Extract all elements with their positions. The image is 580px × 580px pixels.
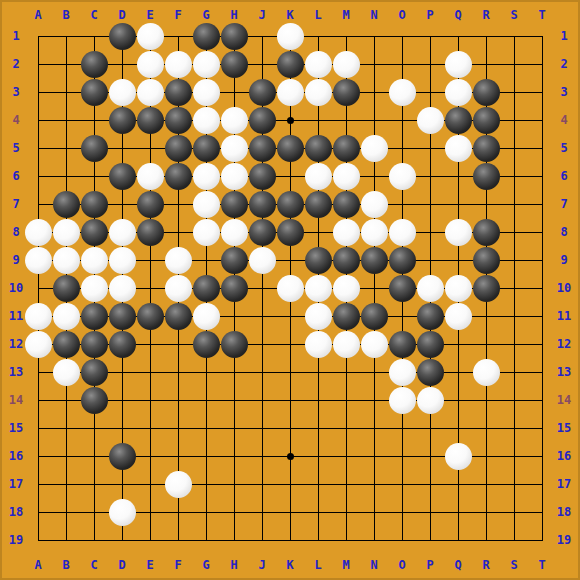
stone-black-J7[interactable] — [249, 191, 276, 218]
column-label-top-A: A — [24, 8, 52, 22]
stone-black-H7[interactable] — [221, 191, 248, 218]
stone-black-J8[interactable] — [249, 219, 276, 246]
stone-white-F9[interactable] — [165, 247, 192, 274]
column-label-top-B: B — [52, 8, 80, 22]
stone-black-B10[interactable] — [53, 275, 80, 302]
stone-black-C8[interactable] — [81, 219, 108, 246]
stone-black-P12[interactable] — [417, 331, 444, 358]
grid-line-horizontal — [38, 428, 543, 429]
stone-black-F11[interactable] — [165, 303, 192, 330]
stone-white-D10[interactable] — [109, 275, 136, 302]
stone-black-Q4[interactable] — [445, 107, 472, 134]
grid-line-horizontal — [38, 372, 543, 373]
stone-white-B9[interactable] — [53, 247, 80, 274]
column-label-bottom-C: C — [80, 558, 108, 572]
stone-black-M5[interactable] — [333, 135, 360, 162]
row-label-left-1: 1 — [2, 29, 30, 43]
row-label-right-10: 10 — [550, 281, 578, 295]
row-label-left-8: 8 — [2, 225, 30, 239]
stone-white-P4[interactable] — [417, 107, 444, 134]
column-label-bottom-T: T — [528, 558, 556, 572]
column-label-top-C: C — [80, 8, 108, 22]
stone-black-R9[interactable] — [473, 247, 500, 274]
column-label-top-T: T — [528, 8, 556, 22]
row-label-left-14: 14 — [2, 393, 30, 407]
stone-black-H12[interactable] — [221, 331, 248, 358]
stone-black-F3[interactable] — [165, 79, 192, 106]
stone-white-M10[interactable] — [333, 275, 360, 302]
stone-black-B12[interactable] — [53, 331, 80, 358]
stone-white-G3[interactable] — [193, 79, 220, 106]
stone-white-B13[interactable] — [53, 359, 80, 386]
stone-black-C12[interactable] — [81, 331, 108, 358]
grid-line-vertical — [542, 36, 543, 541]
stone-black-B7[interactable] — [53, 191, 80, 218]
stone-white-M2[interactable] — [333, 51, 360, 78]
column-label-top-F: F — [164, 8, 192, 22]
column-label-bottom-Q: Q — [444, 558, 472, 572]
stone-black-J5[interactable] — [249, 135, 276, 162]
stone-white-D3[interactable] — [109, 79, 136, 106]
stone-white-N7[interactable] — [361, 191, 388, 218]
column-label-bottom-S: S — [500, 558, 528, 572]
stone-white-K10[interactable] — [277, 275, 304, 302]
column-label-bottom-M: M — [332, 558, 360, 572]
stone-black-E11[interactable] — [137, 303, 164, 330]
stone-black-D1[interactable] — [109, 23, 136, 50]
row-label-left-10: 10 — [2, 281, 30, 295]
stone-white-N12[interactable] — [361, 331, 388, 358]
stone-white-K3[interactable] — [277, 79, 304, 106]
stone-black-R5[interactable] — [473, 135, 500, 162]
stone-black-K5[interactable] — [277, 135, 304, 162]
stone-black-K7[interactable] — [277, 191, 304, 218]
stone-black-D6[interactable] — [109, 163, 136, 190]
stone-white-L12[interactable] — [305, 331, 332, 358]
stone-white-C9[interactable] — [81, 247, 108, 274]
stone-black-C2[interactable] — [81, 51, 108, 78]
stone-white-M8[interactable] — [333, 219, 360, 246]
stone-white-Q5[interactable] — [445, 135, 472, 162]
column-label-top-E: E — [136, 8, 164, 22]
column-label-top-M: M — [332, 8, 360, 22]
stone-white-F17[interactable] — [165, 471, 192, 498]
stone-white-L3[interactable] — [305, 79, 332, 106]
stone-white-M12[interactable] — [333, 331, 360, 358]
stone-black-H1[interactable] — [221, 23, 248, 50]
stone-black-G12[interactable] — [193, 331, 220, 358]
grid-line-horizontal — [38, 484, 543, 485]
row-label-left-19: 19 — [2, 533, 30, 547]
column-label-top-Q: Q — [444, 8, 472, 22]
grid-line-vertical — [514, 36, 515, 541]
stone-black-O12[interactable] — [389, 331, 416, 358]
column-label-bottom-R: R — [472, 558, 500, 572]
row-label-left-9: 9 — [2, 253, 30, 267]
stone-black-R10[interactable] — [473, 275, 500, 302]
stone-black-P13[interactable] — [417, 359, 444, 386]
stone-black-H10[interactable] — [221, 275, 248, 302]
stone-black-N11[interactable] — [361, 303, 388, 330]
column-label-top-R: R — [472, 8, 500, 22]
stone-black-F6[interactable] — [165, 163, 192, 190]
row-label-right-11: 11 — [550, 309, 578, 323]
star-point-K4 — [287, 117, 294, 124]
stone-white-E1[interactable] — [137, 23, 164, 50]
stone-white-C10[interactable] — [81, 275, 108, 302]
row-label-left-13: 13 — [2, 365, 30, 379]
stone-white-G2[interactable] — [193, 51, 220, 78]
row-label-left-11: 11 — [2, 309, 30, 323]
column-label-bottom-B: B — [52, 558, 80, 572]
stone-white-B11[interactable] — [53, 303, 80, 330]
stone-white-F10[interactable] — [165, 275, 192, 302]
stone-white-D8[interactable] — [109, 219, 136, 246]
grid-line-horizontal — [38, 540, 543, 541]
row-label-left-5: 5 — [2, 141, 30, 155]
row-label-right-13: 13 — [550, 365, 578, 379]
column-label-bottom-H: H — [220, 558, 248, 572]
stone-black-R6[interactable] — [473, 163, 500, 190]
stone-white-G11[interactable] — [193, 303, 220, 330]
stone-white-O3[interactable] — [389, 79, 416, 106]
stone-black-N9[interactable] — [361, 247, 388, 274]
stone-black-F5[interactable] — [165, 135, 192, 162]
stone-black-C13[interactable] — [81, 359, 108, 386]
column-label-top-P: P — [416, 8, 444, 22]
row-label-right-15: 15 — [550, 421, 578, 435]
column-label-bottom-G: G — [192, 558, 220, 572]
row-label-left-6: 6 — [2, 169, 30, 183]
stone-white-Q2[interactable] — [445, 51, 472, 78]
row-label-right-2: 2 — [550, 57, 578, 71]
stone-white-D18[interactable] — [109, 499, 136, 526]
row-label-left-12: 12 — [2, 337, 30, 351]
column-label-bottom-K: K — [276, 558, 304, 572]
row-label-right-6: 6 — [550, 169, 578, 183]
stone-black-C5[interactable] — [81, 135, 108, 162]
column-label-top-D: D — [108, 8, 136, 22]
stone-white-O8[interactable] — [389, 219, 416, 246]
stone-white-N8[interactable] — [361, 219, 388, 246]
stone-white-L2[interactable] — [305, 51, 332, 78]
stone-white-H6[interactable] — [221, 163, 248, 190]
stone-black-O9[interactable] — [389, 247, 416, 274]
stone-black-C3[interactable] — [81, 79, 108, 106]
stone-black-M3[interactable] — [333, 79, 360, 106]
stone-black-E8[interactable] — [137, 219, 164, 246]
stone-black-C14[interactable] — [81, 387, 108, 414]
stone-white-J9[interactable] — [249, 247, 276, 274]
stone-black-P11[interactable] — [417, 303, 444, 330]
row-label-right-16: 16 — [550, 449, 578, 463]
row-label-right-9: 9 — [550, 253, 578, 267]
go-board[interactable]: AABBCCDDEEFFGGHHJJKKLLMMNNOOPPQQRRSSTT11… — [0, 0, 580, 580]
column-label-bottom-N: N — [360, 558, 388, 572]
stone-black-H2[interactable] — [221, 51, 248, 78]
stone-white-H4[interactable] — [221, 107, 248, 134]
stone-black-R4[interactable] — [473, 107, 500, 134]
column-label-top-J: J — [248, 8, 276, 22]
column-label-bottom-F: F — [164, 558, 192, 572]
stone-white-H5[interactable] — [221, 135, 248, 162]
stone-black-R8[interactable] — [473, 219, 500, 246]
column-label-top-O: O — [388, 8, 416, 22]
grid-line-vertical — [374, 36, 375, 541]
row-label-right-19: 19 — [550, 533, 578, 547]
stone-black-K8[interactable] — [277, 219, 304, 246]
stone-black-D16[interactable] — [109, 443, 136, 470]
stone-white-B8[interactable] — [53, 219, 80, 246]
column-label-bottom-P: P — [416, 558, 444, 572]
column-label-bottom-D: D — [108, 558, 136, 572]
column-label-bottom-A: A — [24, 558, 52, 572]
stone-black-L7[interactable] — [305, 191, 332, 218]
column-label-bottom-L: L — [304, 558, 332, 572]
column-label-top-S: S — [500, 8, 528, 22]
row-label-right-8: 8 — [550, 225, 578, 239]
stone-white-G8[interactable] — [193, 219, 220, 246]
stone-white-O13[interactable] — [389, 359, 416, 386]
row-label-right-18: 18 — [550, 505, 578, 519]
stone-black-J3[interactable] — [249, 79, 276, 106]
stone-black-F4[interactable] — [165, 107, 192, 134]
stone-white-N5[interactable] — [361, 135, 388, 162]
stone-white-F2[interactable] — [165, 51, 192, 78]
stone-black-G10[interactable] — [193, 275, 220, 302]
row-label-left-16: 16 — [2, 449, 30, 463]
row-label-right-12: 12 — [550, 337, 578, 351]
stone-black-D4[interactable] — [109, 107, 136, 134]
stone-black-D12[interactable] — [109, 331, 136, 358]
stone-white-Q10[interactable] — [445, 275, 472, 302]
stone-white-L10[interactable] — [305, 275, 332, 302]
column-label-bottom-O: O — [388, 558, 416, 572]
column-label-bottom-E: E — [136, 558, 164, 572]
row-label-left-4: 4 — [2, 113, 30, 127]
stone-black-C7[interactable] — [81, 191, 108, 218]
row-label-right-1: 1 — [550, 29, 578, 43]
row-label-left-15: 15 — [2, 421, 30, 435]
stone-black-M11[interactable] — [333, 303, 360, 330]
stone-white-G6[interactable] — [193, 163, 220, 190]
stone-white-P14[interactable] — [417, 387, 444, 414]
stone-black-G5[interactable] — [193, 135, 220, 162]
stone-white-D9[interactable] — [109, 247, 136, 274]
stone-white-E2[interactable] — [137, 51, 164, 78]
column-label-bottom-J: J — [248, 558, 276, 572]
grid-line-horizontal — [38, 400, 543, 401]
row-label-right-4: 4 — [550, 113, 578, 127]
stone-black-M9[interactable] — [333, 247, 360, 274]
row-label-right-5: 5 — [550, 141, 578, 155]
stone-white-Q11[interactable] — [445, 303, 472, 330]
column-label-top-G: G — [192, 8, 220, 22]
star-point-K16 — [287, 453, 294, 460]
stone-white-L11[interactable] — [305, 303, 332, 330]
stone-white-Q16[interactable] — [445, 443, 472, 470]
stone-white-P10[interactable] — [417, 275, 444, 302]
stone-black-J4[interactable] — [249, 107, 276, 134]
stone-black-G1[interactable] — [193, 23, 220, 50]
row-label-right-7: 7 — [550, 197, 578, 211]
stone-white-G7[interactable] — [193, 191, 220, 218]
stone-white-E3[interactable] — [137, 79, 164, 106]
stone-black-E4[interactable] — [137, 107, 164, 134]
stone-white-G4[interactable] — [193, 107, 220, 134]
stone-black-R3[interactable] — [473, 79, 500, 106]
stone-black-K2[interactable] — [277, 51, 304, 78]
stone-black-L9[interactable] — [305, 247, 332, 274]
stone-black-D11[interactable] — [109, 303, 136, 330]
stone-black-J6[interactable] — [249, 163, 276, 190]
row-label-left-7: 7 — [2, 197, 30, 211]
row-label-right-14: 14 — [550, 393, 578, 407]
stone-white-Q3[interactable] — [445, 79, 472, 106]
stone-black-L5[interactable] — [305, 135, 332, 162]
stone-black-O10[interactable] — [389, 275, 416, 302]
stone-white-E6[interactable] — [137, 163, 164, 190]
row-label-left-3: 3 — [2, 85, 30, 99]
stone-black-H9[interactable] — [221, 247, 248, 274]
stone-white-R13[interactable] — [473, 359, 500, 386]
column-label-top-K: K — [276, 8, 304, 22]
stone-white-K1[interactable] — [277, 23, 304, 50]
column-label-top-L: L — [304, 8, 332, 22]
stone-black-M7[interactable] — [333, 191, 360, 218]
column-label-top-H: H — [220, 8, 248, 22]
stone-white-H8[interactable] — [221, 219, 248, 246]
row-label-left-17: 17 — [2, 477, 30, 491]
stone-white-O6[interactable] — [389, 163, 416, 190]
row-label-right-17: 17 — [550, 477, 578, 491]
stone-white-L6[interactable] — [305, 163, 332, 190]
stone-white-Q8[interactable] — [445, 219, 472, 246]
stone-black-C11[interactable] — [81, 303, 108, 330]
row-label-left-2: 2 — [2, 57, 30, 71]
stone-black-E7[interactable] — [137, 191, 164, 218]
row-label-left-18: 18 — [2, 505, 30, 519]
stone-white-O14[interactable] — [389, 387, 416, 414]
stone-white-M6[interactable] — [333, 163, 360, 190]
row-label-right-3: 3 — [550, 85, 578, 99]
column-label-top-N: N — [360, 8, 388, 22]
